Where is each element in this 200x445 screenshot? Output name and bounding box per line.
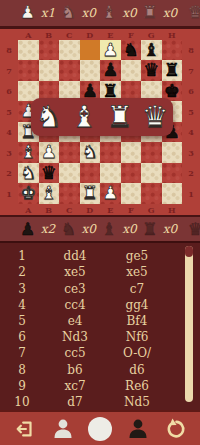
turn-ball-button[interactable] (87, 416, 113, 442)
square-d8[interactable] (80, 40, 101, 61)
black-queen-piece: ♛ (141, 60, 162, 81)
black-move: Re6 (106, 379, 168, 393)
file-labels-bottom: ABCDEFGH (18, 204, 182, 215)
captured-b-knight-icon: ♞ (61, 221, 76, 238)
rank-label-2: 2 (0, 163, 18, 184)
move-number: 1 (0, 249, 44, 263)
white-bishop-piece: ♝ (18, 142, 39, 163)
square-g2[interactable] (141, 163, 162, 184)
rank-label-8: 8 (0, 40, 18, 61)
move-number: 3 (0, 282, 44, 296)
move-row-6[interactable]: 6Nd3Nf6 (0, 329, 200, 345)
move-number: 9 (0, 379, 44, 393)
captured-knight-count: x0 (81, 222, 95, 236)
rank-label-7: 7 (0, 60, 18, 81)
file-label-h: H (162, 204, 183, 215)
move-row-7[interactable]: 7cc5O-O/ (0, 345, 200, 361)
captured-w-knight-icon: ♞ (61, 4, 76, 21)
move-row-5[interactable]: 5e4Bf4 (0, 313, 200, 329)
square-d1[interactable]: ♜ (80, 183, 101, 204)
white-bishop-piece: ♝ (39, 183, 60, 204)
square-f7[interactable] (121, 60, 142, 81)
black-knight-piece: ♞ (121, 40, 142, 61)
black-move: c7 (106, 282, 168, 296)
black-player-icon (126, 417, 150, 441)
white-pawn-piece: ♟ (39, 142, 60, 163)
rank-label-4: 4 (182, 122, 200, 143)
rank-label-3: 3 (182, 142, 200, 163)
black-rook-piece: ♜ (162, 60, 183, 81)
square-h7[interactable]: ♜ (162, 60, 183, 81)
file-label-h: H (162, 29, 183, 40)
white-rook-piece: ♜ (80, 183, 101, 204)
square-e7[interactable]: ♟ (100, 60, 121, 81)
square-g8[interactable]: ♝ (141, 40, 162, 61)
black-move: gg4 (106, 298, 168, 312)
rank-labels-left: 87654321 (0, 40, 18, 204)
black-queen-piece: ♛ (39, 163, 60, 184)
captured-bishop-count: x0 (122, 6, 136, 20)
captured-b-pawn-icon: ♟ (20, 221, 35, 238)
promote-to-rook-button[interactable]: ♜ (106, 98, 133, 136)
bottom-toolbar (0, 410, 200, 445)
captured-pawn-count: x1 (41, 6, 55, 20)
chess-app: ♟x1♞x0♝x0♜x0♛ ABCDEFGH 87654321 87654321… (0, 0, 200, 445)
black-move: ge5 (106, 249, 168, 263)
exit-icon (14, 418, 36, 440)
move-number: 7 (0, 346, 44, 360)
white-move: xc7 (44, 379, 106, 393)
rank-label-8: 8 (182, 40, 200, 61)
square-h3[interactable] (162, 142, 183, 163)
chess-board-frame: ABCDEFGH 87654321 87654321 ♟♞♝♟♛♜♟♜♚♟♜♟♝… (0, 29, 200, 215)
move-number: 2 (0, 265, 44, 279)
move-number: 4 (0, 298, 44, 312)
square-c7[interactable] (59, 60, 80, 81)
square-a2[interactable]: ♞ (18, 163, 39, 184)
square-b1[interactable]: ♝ (39, 183, 60, 204)
captured-pawn-count: x2 (41, 222, 55, 236)
file-label-c: C (59, 204, 80, 215)
scrollbar-thumb[interactable] (185, 246, 193, 257)
square-f1[interactable] (121, 183, 142, 204)
move-number: 5 (0, 314, 44, 328)
black-pawn-piece: ♟ (100, 60, 121, 81)
captured-knight-count: x0 (81, 6, 95, 20)
rank-label-6: 6 (182, 81, 200, 102)
rank-label-5: 5 (182, 101, 200, 122)
square-a8[interactable] (18, 40, 39, 61)
file-label-b: B (39, 204, 60, 215)
captured-rook-count: x0 (163, 222, 177, 236)
square-a7[interactable] (18, 60, 39, 81)
white-move: dd4 (44, 249, 106, 263)
rank-label-2: 2 (182, 163, 200, 184)
square-c3[interactable] (59, 142, 80, 163)
square-b8[interactable] (39, 40, 60, 61)
move-row-9[interactable]: 9xc7Re6 (0, 378, 200, 394)
black-player-button[interactable] (125, 416, 151, 442)
white-king-piece: ♚ (18, 183, 39, 204)
square-a1[interactable]: ♚ (18, 183, 39, 204)
white-player-icon (51, 417, 75, 441)
square-d3[interactable]: ♞ (80, 142, 101, 163)
black-move: d6 (106, 363, 168, 377)
rank-labels-right: 87654321 (182, 40, 200, 204)
square-c8[interactable] (59, 40, 80, 61)
rank-label-5: 5 (0, 101, 18, 122)
move-list: 1dd4ge52xe5xe53ce3c74cc4gg45e4Bf46Nd3Nf6… (0, 243, 200, 410)
white-move: ce3 (44, 282, 106, 296)
promote-to-bishop-button[interactable]: ♝ (71, 98, 98, 136)
black-move: xe5 (106, 265, 168, 279)
move-row-4[interactable]: 4cc4gg4 (0, 297, 200, 313)
rank-label-1: 1 (182, 183, 200, 204)
square-g7[interactable]: ♛ (141, 60, 162, 81)
file-label-c: C (59, 29, 80, 40)
square-d2[interactable] (80, 163, 101, 184)
captured-b-queen-icon: ♛ (188, 221, 200, 238)
captured-bar-white: ♟x1♞x0♝x0♜x0♛ (0, 0, 200, 29)
white-player-button[interactable] (50, 416, 76, 442)
ball-icon (87, 416, 113, 442)
file-label-f: F (121, 204, 142, 215)
move-row-3[interactable]: 3ce3c7 (0, 281, 200, 297)
square-e2[interactable] (100, 163, 121, 184)
captured-bishop-count: x0 (122, 222, 136, 236)
white-move: Nd3 (44, 330, 106, 344)
file-label-d: D (80, 204, 101, 215)
captured-b-bishop-icon: ♝ (101, 221, 116, 238)
square-b2[interactable]: ♛ (39, 163, 60, 184)
captured-w-bishop-icon: ♝ (101, 4, 116, 21)
captured-w-queen-icon: ♛ (188, 4, 200, 21)
square-c1[interactable] (59, 183, 80, 204)
rank-label-3: 3 (0, 142, 18, 163)
file-label-d: D (80, 29, 101, 40)
promote-to-knight-button[interactable]: ♞ (35, 98, 62, 136)
black-move: Nf6 (106, 330, 168, 344)
square-b7[interactable] (39, 60, 60, 81)
square-e8[interactable]: ♟ (100, 40, 121, 61)
white-move: cc5 (44, 346, 106, 360)
square-h2[interactable] (162, 163, 183, 184)
captured-w-pawn-icon: ♟ (20, 4, 35, 21)
black-bishop-piece: ♝ (141, 40, 162, 61)
square-h8[interactable] (162, 40, 183, 61)
square-f2[interactable] (121, 163, 142, 184)
square-e3[interactable] (100, 142, 121, 163)
square-c2[interactable] (59, 163, 80, 184)
move-number: 10 (0, 395, 44, 409)
move-row-2[interactable]: 2xe5xe5 (0, 264, 200, 280)
captured-w-rook-icon: ♜ (142, 4, 157, 21)
white-pawn-piece: ♟ (100, 183, 121, 204)
move-row-1[interactable]: 1dd4ge5 (0, 248, 200, 264)
promote-to-queen-button[interactable]: ♛ (142, 98, 169, 136)
square-g1[interactable] (141, 183, 162, 204)
black-move: O-O/ (106, 346, 168, 360)
move-row-8[interactable]: 8b6d6 (0, 361, 200, 377)
square-f8[interactable]: ♞ (121, 40, 142, 61)
white-move: cc4 (44, 298, 106, 312)
white-move: d7 (44, 395, 106, 409)
exit-button[interactable] (12, 416, 38, 442)
white-knight-piece: ♞ (80, 142, 101, 163)
file-label-e: E (100, 204, 121, 215)
rank-label-1: 1 (0, 183, 18, 204)
captured-bar-black: ♟x2♞x0♝x0♜x0♛ (0, 215, 200, 243)
undo-button[interactable] (162, 416, 188, 442)
captured-rook-count: x0 (163, 6, 177, 20)
captured-b-rook-icon: ♜ (142, 221, 157, 238)
move-row-10[interactable]: 10d7Nd5 (0, 394, 200, 410)
move-list-scrollbar[interactable] (185, 246, 193, 402)
move-number: 8 (0, 363, 44, 377)
black-move: Bf4 (106, 314, 168, 328)
move-number: 6 (0, 330, 44, 344)
rank-label-7: 7 (182, 60, 200, 81)
white-move: b6 (44, 363, 106, 377)
white-knight-piece: ♞ (18, 163, 39, 184)
white-move: xe5 (44, 265, 106, 279)
rank-label-6: 6 (0, 81, 18, 102)
square-g3[interactable] (141, 142, 162, 163)
file-label-b: B (39, 29, 60, 40)
undo-icon (163, 417, 187, 441)
white-pawn-piece: ♟ (100, 40, 121, 61)
file-label-g: G (141, 204, 162, 215)
white-move: e4 (44, 314, 106, 328)
square-a3[interactable]: ♝ (18, 142, 39, 163)
square-h1[interactable] (162, 183, 183, 204)
square-e1[interactable]: ♟ (100, 183, 121, 204)
square-f3[interactable] (121, 142, 142, 163)
black-move: Nd5 (106, 395, 168, 409)
square-d7[interactable] (80, 60, 101, 81)
square-b3[interactable]: ♟ (39, 142, 60, 163)
file-label-a: A (18, 204, 39, 215)
promotion-popup: ♞♝♜♛ (31, 98, 173, 136)
file-label-a: A (18, 29, 39, 40)
rank-label-4: 4 (0, 122, 18, 143)
